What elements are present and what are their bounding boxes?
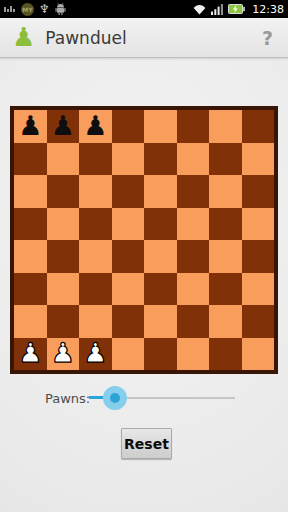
square-c2[interactable]	[79, 305, 112, 338]
battery-charging-icon	[228, 4, 245, 14]
square-d5[interactable]	[112, 208, 145, 241]
help-button[interactable]: ?	[259, 27, 276, 49]
square-h2[interactable]	[242, 305, 275, 338]
square-a2[interactable]	[14, 305, 47, 338]
square-f7[interactable]	[177, 143, 210, 176]
square-c3[interactable]	[79, 273, 112, 306]
pawnduel-app-screen: MY ♆ 12:38 ♟ Pawnduel ?	[0, 0, 288, 512]
signal-strength-icon	[211, 4, 223, 15]
square-h5[interactable]	[242, 208, 275, 241]
square-a1[interactable]: ♟	[14, 338, 47, 371]
square-c1[interactable]: ♟	[79, 338, 112, 371]
carrier-badge-icon: MY	[21, 3, 34, 16]
square-f6[interactable]	[177, 175, 210, 208]
square-e1[interactable]	[144, 338, 177, 371]
square-a8[interactable]: ♟	[14, 110, 47, 143]
square-c6[interactable]	[79, 175, 112, 208]
square-f5[interactable]	[177, 208, 210, 241]
square-h6[interactable]	[242, 175, 275, 208]
app-title: Pawnduel	[45, 28, 259, 48]
square-h1[interactable]	[242, 338, 275, 371]
square-g1[interactable]	[209, 338, 242, 371]
white-pawn-a1[interactable]: ♟	[18, 339, 42, 366]
square-d8[interactable]	[112, 110, 145, 143]
chess-board: ♟♟♟♟♟♟	[10, 106, 278, 374]
square-a6[interactable]	[14, 175, 47, 208]
square-e7[interactable]	[144, 143, 177, 176]
square-c4[interactable]	[79, 240, 112, 273]
reset-button-label: Reset	[124, 436, 169, 452]
square-b8[interactable]: ♟	[47, 110, 80, 143]
square-f3[interactable]	[177, 273, 210, 306]
square-h7[interactable]	[242, 143, 275, 176]
app-pawn-icon: ♟	[12, 24, 35, 50]
square-c7[interactable]	[79, 143, 112, 176]
square-g6[interactable]	[209, 175, 242, 208]
square-b3[interactable]	[47, 273, 80, 306]
square-d2[interactable]	[112, 305, 145, 338]
square-a5[interactable]	[14, 208, 47, 241]
wifi-icon	[193, 4, 206, 15]
square-a7[interactable]	[14, 143, 47, 176]
usb-icon: ♆	[39, 3, 50, 15]
square-e2[interactable]	[144, 305, 177, 338]
square-b2[interactable]	[47, 305, 80, 338]
square-d3[interactable]	[112, 273, 145, 306]
square-b5[interactable]	[47, 208, 80, 241]
square-d6[interactable]	[112, 175, 145, 208]
square-e3[interactable]	[144, 273, 177, 306]
square-b1[interactable]: ♟	[47, 338, 80, 371]
white-pawn-b1[interactable]: ♟	[51, 339, 75, 366]
square-c5[interactable]	[79, 208, 112, 241]
square-h8[interactable]	[242, 110, 275, 143]
square-a4[interactable]	[14, 240, 47, 273]
square-c8[interactable]: ♟	[79, 110, 112, 143]
action-bar: ♟ Pawnduel ?	[0, 18, 288, 58]
carrier-badge-label: MY	[22, 6, 32, 13]
square-g7[interactable]	[209, 143, 242, 176]
black-pawn-c8[interactable]: ♟	[83, 112, 107, 139]
square-h4[interactable]	[242, 240, 275, 273]
white-pawn-c1[interactable]: ♟	[83, 339, 107, 366]
square-g4[interactable]	[209, 240, 242, 273]
square-e6[interactable]	[144, 175, 177, 208]
square-f1[interactable]	[177, 338, 210, 371]
black-pawn-b8[interactable]: ♟	[51, 112, 75, 139]
square-h3[interactable]	[242, 273, 275, 306]
square-b7[interactable]	[47, 143, 80, 176]
pawns-slider-label: Pawns:	[45, 391, 90, 406]
square-e4[interactable]	[144, 240, 177, 273]
black-pawn-a8[interactable]: ♟	[18, 112, 42, 139]
square-e8[interactable]	[144, 110, 177, 143]
square-f8[interactable]	[177, 110, 210, 143]
square-d1[interactable]	[112, 338, 145, 371]
square-b4[interactable]	[47, 240, 80, 273]
square-f2[interactable]	[177, 305, 210, 338]
square-f4[interactable]	[177, 240, 210, 273]
square-g8[interactable]	[209, 110, 242, 143]
square-g3[interactable]	[209, 273, 242, 306]
reset-button[interactable]: Reset	[121, 428, 172, 459]
status-bar: MY ♆ 12:38	[0, 0, 288, 18]
notification-icon	[4, 4, 16, 14]
square-g5[interactable]	[209, 208, 242, 241]
square-g2[interactable]	[209, 305, 242, 338]
square-d4[interactable]	[112, 240, 145, 273]
square-b6[interactable]	[47, 175, 80, 208]
status-bar-clock: 12:38	[252, 3, 284, 16]
android-debug-icon	[55, 3, 66, 15]
square-d7[interactable]	[112, 143, 145, 176]
square-e5[interactable]	[144, 208, 177, 241]
square-a3[interactable]	[14, 273, 47, 306]
